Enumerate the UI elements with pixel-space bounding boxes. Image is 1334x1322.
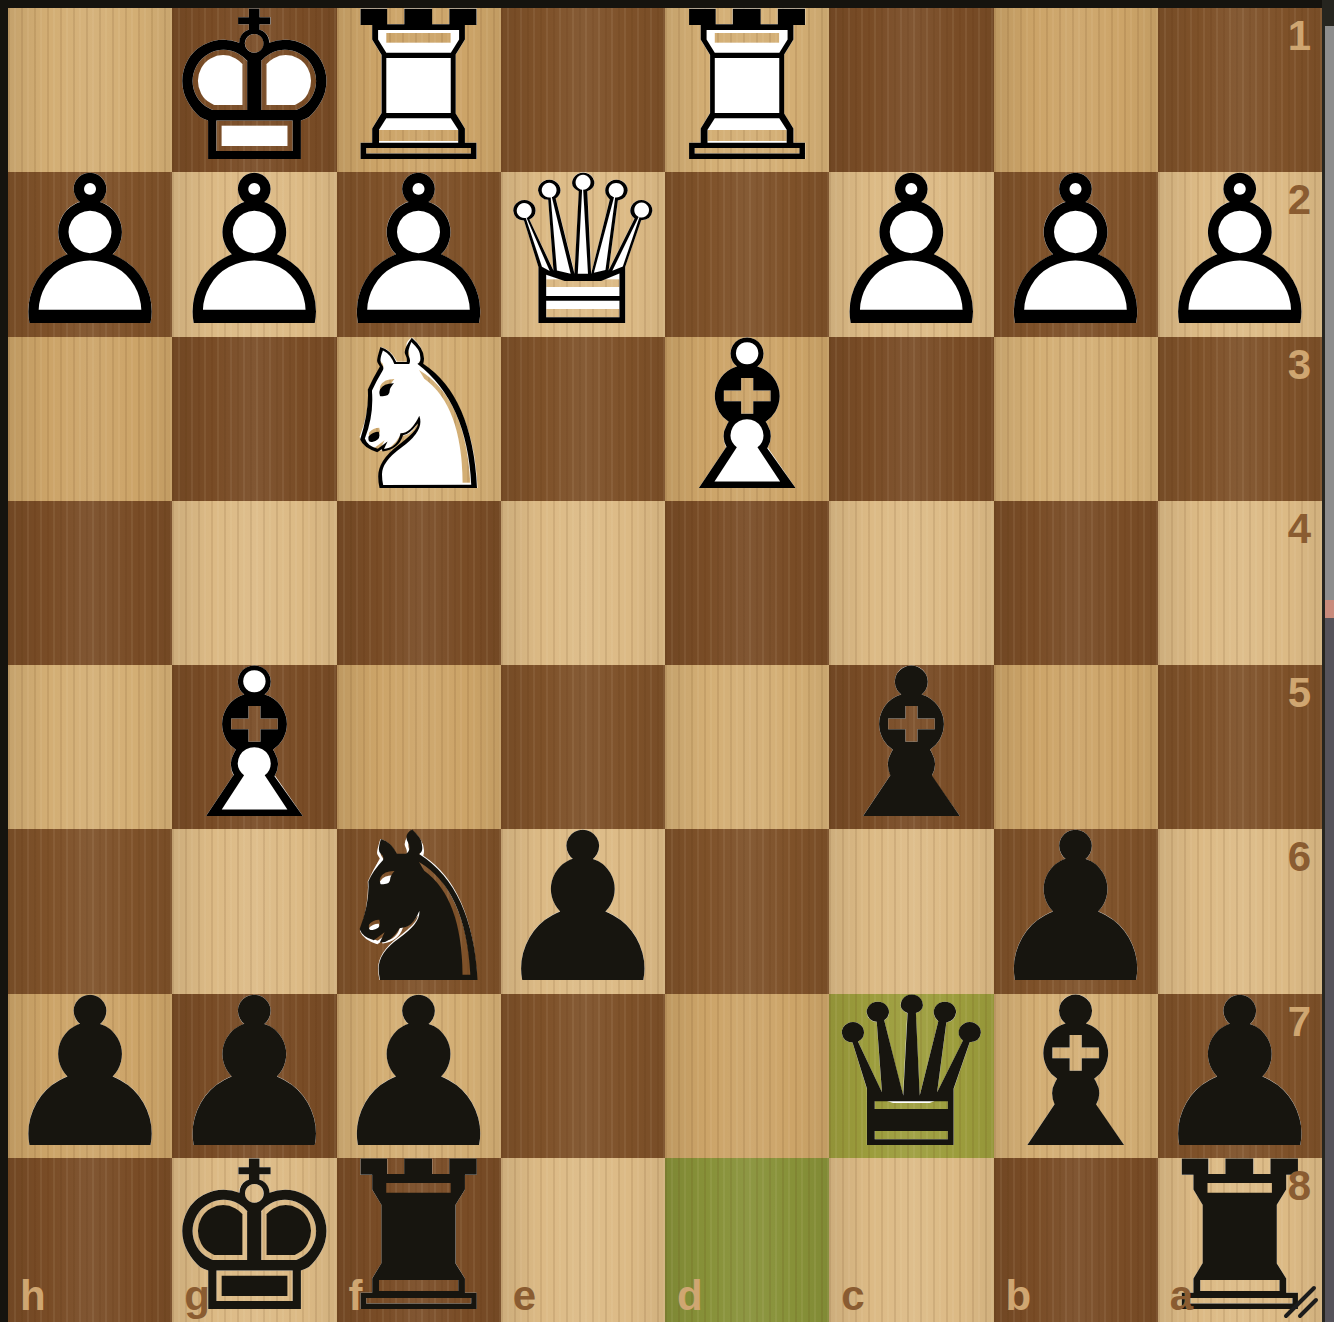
black-piece-silhouette-glyph: ♚	[172, 1156, 336, 1320]
white-piece-outline-glyph: ♕	[501, 170, 665, 334]
square-f3[interactable]: ♞♘	[337, 337, 501, 501]
rank-label-1: 1	[1288, 15, 1311, 57]
piece-black-rook-f8[interactable]: ♖♜	[337, 1158, 501, 1322]
square-c8[interactable]: c	[829, 1158, 993, 1322]
white-piece-outline-glyph: ♙	[1158, 170, 1322, 334]
piece-white-pawn-g2[interactable]: ♟♙	[172, 172, 336, 336]
square-g2[interactable]: ♟♙	[172, 172, 336, 336]
square-a5[interactable]: 5	[1158, 665, 1322, 829]
white-piece-outline-glyph: ♙	[172, 170, 336, 334]
square-h7[interactable]: ♙♟	[8, 994, 172, 1158]
page-background: ♚♔♜♖♜♖1♟♙♟♙♟♙♛♕♟♙♟♙♟♙2♞♘♝♗34♝♗♗♝5♘♞♙♟♙♟6…	[0, 0, 1334, 1322]
square-h2[interactable]: ♟♙	[8, 172, 172, 336]
square-d1[interactable]: ♜♖	[665, 8, 829, 172]
resize-diagonals-icon	[1281, 1281, 1319, 1319]
piece-black-pawn-e6[interactable]: ♙♟	[501, 829, 665, 993]
rank-label-6: 6	[1288, 836, 1311, 878]
black-piece-silhouette-glyph: ♜	[337, 1156, 501, 1320]
square-e6[interactable]: ♙♟	[501, 829, 665, 993]
square-e3[interactable]	[501, 337, 665, 501]
black-piece-silhouette-glyph: ♟	[501, 827, 665, 991]
square-g8[interactable]: ♔♚g	[172, 1158, 336, 1322]
square-e4[interactable]	[501, 501, 665, 665]
square-d7[interactable]	[665, 994, 829, 1158]
piece-white-pawn-c2[interactable]: ♟♙	[829, 172, 993, 336]
scrollbar-marker	[1325, 600, 1334, 618]
piece-black-pawn-h7[interactable]: ♙♟	[8, 994, 172, 1158]
square-c3[interactable]	[829, 337, 993, 501]
square-b2[interactable]: ♟♙	[994, 172, 1158, 336]
black-piece-silhouette-glyph: ♛	[829, 992, 993, 1156]
square-a3[interactable]: 3	[1158, 337, 1322, 501]
square-g3[interactable]	[172, 337, 336, 501]
scrollbar-track[interactable]	[1325, 618, 1334, 1322]
square-h5[interactable]	[8, 665, 172, 829]
square-b7[interactable]: ♗♝	[994, 994, 1158, 1158]
square-d6[interactable]	[665, 829, 829, 993]
piece-black-king-g8[interactable]: ♔♚	[172, 1158, 336, 1322]
square-e8[interactable]: e	[501, 1158, 665, 1322]
file-label-h: h	[20, 1275, 46, 1317]
square-h8[interactable]: h	[8, 1158, 172, 1322]
file-label-c: c	[841, 1275, 864, 1317]
file-label-b: b	[1006, 1275, 1032, 1317]
white-piece-outline-glyph: ♙	[8, 170, 172, 334]
square-b4[interactable]	[994, 501, 1158, 665]
piece-white-knight-f3[interactable]: ♞♘	[337, 337, 501, 501]
square-a2[interactable]: ♟♙2	[1158, 172, 1322, 336]
square-g5[interactable]: ♝♗	[172, 665, 336, 829]
piece-white-pawn-a2[interactable]: ♟♙	[1158, 172, 1322, 336]
piece-black-queen-c7[interactable]: ♕♛	[829, 994, 993, 1158]
black-piece-silhouette-glyph: ♝	[829, 663, 993, 827]
piece-white-bishop-d3[interactable]: ♝♗	[665, 337, 829, 501]
black-piece-silhouette-glyph: ♟	[8, 992, 172, 1156]
piece-white-pawn-h2[interactable]: ♟♙	[8, 172, 172, 336]
square-f8[interactable]: ♖♜f	[337, 1158, 501, 1322]
white-piece-outline-glyph: ♘	[337, 335, 501, 499]
square-b3[interactable]	[994, 337, 1158, 501]
square-e2[interactable]: ♛♕	[501, 172, 665, 336]
square-d8[interactable]: d	[665, 1158, 829, 1322]
rank-label-4: 4	[1288, 508, 1311, 550]
square-c5[interactable]: ♗♝	[829, 665, 993, 829]
piece-black-bishop-c5[interactable]: ♗♝	[829, 665, 993, 829]
piece-white-bishop-g5[interactable]: ♝♗	[172, 665, 336, 829]
board-resize-handle[interactable]	[1281, 1281, 1319, 1319]
square-d4[interactable]	[665, 501, 829, 665]
square-c2[interactable]: ♟♙	[829, 172, 993, 336]
square-c7[interactable]: ♕♛	[829, 994, 993, 1158]
square-h3[interactable]	[8, 337, 172, 501]
black-piece-silhouette-glyph: ♝	[994, 992, 1158, 1156]
chess-board[interactable]: ♚♔♜♖♜♖1♟♙♟♙♟♙♛♕♟♙♟♙♟♙2♞♘♝♗34♝♗♗♝5♘♞♙♟♙♟6…	[8, 8, 1322, 1322]
square-h4[interactable]	[8, 501, 172, 665]
rank-label-3: 3	[1288, 344, 1311, 386]
white-piece-outline-glyph: ♗	[665, 335, 829, 499]
square-a4[interactable]: 4	[1158, 501, 1322, 665]
piece-white-queen-e2[interactable]: ♛♕	[501, 172, 665, 336]
piece-white-pawn-b2[interactable]: ♟♙	[994, 172, 1158, 336]
piece-black-bishop-b7[interactable]: ♗♝	[994, 994, 1158, 1158]
white-piece-outline-glyph: ♙	[829, 170, 993, 334]
white-piece-outline-glyph: ♙	[994, 170, 1158, 334]
page-scrollbar	[1322, 0, 1334, 1322]
rank-label-5: 5	[1288, 672, 1311, 714]
scrollbar-thumb[interactable]	[1325, 26, 1334, 600]
square-e7[interactable]	[501, 994, 665, 1158]
white-piece-outline-glyph: ♖	[665, 6, 829, 170]
square-f4[interactable]	[337, 501, 501, 665]
square-d5[interactable]	[665, 665, 829, 829]
square-b8[interactable]: b	[994, 1158, 1158, 1322]
piece-white-rook-d1[interactable]: ♜♖	[665, 8, 829, 172]
white-piece-outline-glyph: ♗	[172, 663, 336, 827]
file-label-d: d	[677, 1275, 703, 1317]
square-d3[interactable]: ♝♗	[665, 337, 829, 501]
file-label-e: e	[513, 1275, 536, 1317]
